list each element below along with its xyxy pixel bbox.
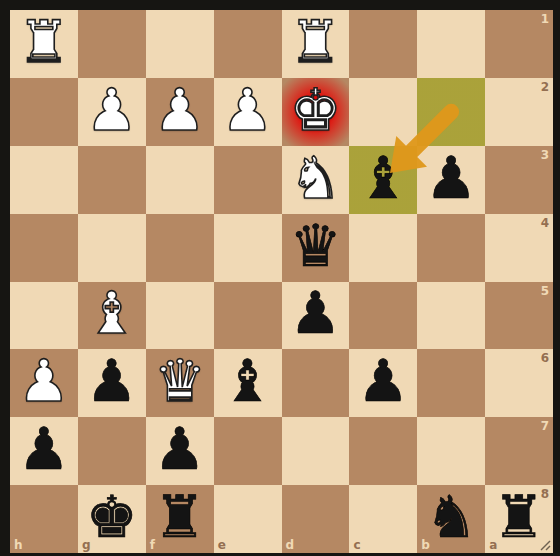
square-b2[interactable] [417, 78, 485, 146]
board-resize-handle[interactable] [539, 539, 552, 552]
square-b1[interactable] [417, 10, 485, 78]
black-pawn-d5[interactable]: ♟ [289, 284, 341, 342]
rank-label-2: 2 [541, 81, 549, 93]
file-label-c: c [353, 539, 360, 551]
black-pawn-c6[interactable]: ♟ [357, 352, 409, 410]
square-c4[interactable] [349, 214, 417, 282]
rank-label-1: 1 [541, 13, 549, 25]
rank-label-3: 3 [541, 149, 549, 161]
square-g8[interactable]: g♚ [78, 485, 146, 553]
white-rook-h1[interactable]: ♜ [18, 13, 70, 71]
square-h5[interactable] [10, 282, 78, 350]
square-g5[interactable]: ♝ [78, 282, 146, 350]
square-h4[interactable] [10, 214, 78, 282]
square-d4[interactable]: ♛ [282, 214, 350, 282]
square-a5[interactable]: 5 [485, 282, 553, 350]
black-rook-f8[interactable]: ♜ [154, 488, 206, 546]
square-g4[interactable] [78, 214, 146, 282]
square-c6[interactable]: ♟ [349, 349, 417, 417]
square-d7[interactable] [282, 417, 350, 485]
square-e7[interactable] [214, 417, 282, 485]
square-c7[interactable] [349, 417, 417, 485]
board-area: ♜♜1♟♟♟♚2♞♝♟3♛4♝♟5♟♟♛♝♟6♟♟7hg♚f♜edcb♞8a♜ [10, 10, 553, 553]
rank-label-7: 7 [541, 420, 549, 432]
square-a1[interactable]: 1 [485, 10, 553, 78]
square-e8[interactable]: e [214, 485, 282, 553]
square-b7[interactable] [417, 417, 485, 485]
square-b4[interactable] [417, 214, 485, 282]
white-king-d2[interactable]: ♚ [289, 81, 341, 139]
white-pawn-g2[interactable]: ♟ [86, 81, 138, 139]
square-f4[interactable] [146, 214, 214, 282]
square-a3[interactable]: 3 [485, 146, 553, 214]
chess-board: ♜♜1♟♟♟♚2♞♝♟3♛4♝♟5♟♟♛♝♟6♟♟7hg♚f♜edcb♞8a♜ [10, 10, 553, 553]
square-b5[interactable] [417, 282, 485, 350]
square-d6[interactable] [282, 349, 350, 417]
square-g1[interactable] [78, 10, 146, 78]
rank-label-4: 4 [541, 217, 549, 229]
black-king-g8[interactable]: ♚ [86, 488, 138, 546]
file-label-h: h [14, 539, 23, 551]
square-f1[interactable] [146, 10, 214, 78]
square-c5[interactable] [349, 282, 417, 350]
square-a2[interactable]: 2 [485, 78, 553, 146]
square-g2[interactable]: ♟ [78, 78, 146, 146]
white-pawn-h6[interactable]: ♟ [18, 352, 70, 410]
white-pawn-f2[interactable]: ♟ [154, 81, 206, 139]
black-rook-a8[interactable]: ♜ [493, 488, 545, 546]
square-g3[interactable] [78, 146, 146, 214]
square-h2[interactable] [10, 78, 78, 146]
square-h3[interactable] [10, 146, 78, 214]
white-queen-f6[interactable]: ♛ [154, 352, 206, 410]
square-c2[interactable] [349, 78, 417, 146]
square-d8[interactable]: d [282, 485, 350, 553]
square-f6[interactable]: ♛ [146, 349, 214, 417]
file-label-e: e [218, 539, 226, 551]
square-f5[interactable] [146, 282, 214, 350]
square-b6[interactable] [417, 349, 485, 417]
square-d5[interactable]: ♟ [282, 282, 350, 350]
black-queen-d4[interactable]: ♛ [289, 217, 341, 275]
square-e5[interactable] [214, 282, 282, 350]
square-a7[interactable]: 7 [485, 417, 553, 485]
square-e4[interactable] [214, 214, 282, 282]
square-b3[interactable]: ♟ [417, 146, 485, 214]
square-h6[interactable]: ♟ [10, 349, 78, 417]
black-pawn-b3[interactable]: ♟ [425, 149, 477, 207]
black-bishop-e6[interactable]: ♝ [222, 352, 274, 410]
file-label-d: d [286, 539, 295, 551]
square-e6[interactable]: ♝ [214, 349, 282, 417]
square-d3[interactable]: ♞ [282, 146, 350, 214]
square-e3[interactable] [214, 146, 282, 214]
square-b8[interactable]: b♞ [417, 485, 485, 553]
square-h7[interactable]: ♟ [10, 417, 78, 485]
black-pawn-h7[interactable]: ♟ [18, 420, 70, 478]
black-bishop-c3[interactable]: ♝ [357, 149, 409, 207]
square-g6[interactable]: ♟ [78, 349, 146, 417]
square-c1[interactable] [349, 10, 417, 78]
square-f8[interactable]: f♜ [146, 485, 214, 553]
square-h8[interactable]: h [10, 485, 78, 553]
square-g7[interactable] [78, 417, 146, 485]
white-knight-d3[interactable]: ♞ [289, 149, 341, 207]
rank-label-5: 5 [541, 285, 549, 297]
square-f2[interactable]: ♟ [146, 78, 214, 146]
black-pawn-g6[interactable]: ♟ [86, 352, 138, 410]
square-c3[interactable]: ♝ [349, 146, 417, 214]
square-f3[interactable] [146, 146, 214, 214]
square-a6[interactable]: 6 [485, 349, 553, 417]
white-rook-d1[interactable]: ♜ [289, 13, 341, 71]
square-d2[interactable]: ♚ [282, 78, 350, 146]
white-pawn-e2[interactable]: ♟ [222, 81, 274, 139]
rank-label-6: 6 [541, 352, 549, 364]
black-knight-b8[interactable]: ♞ [425, 488, 477, 546]
square-a4[interactable]: 4 [485, 214, 553, 282]
white-bishop-g5[interactable]: ♝ [86, 284, 138, 342]
square-d1[interactable]: ♜ [282, 10, 350, 78]
black-pawn-f7[interactable]: ♟ [154, 420, 206, 478]
square-e1[interactable] [214, 10, 282, 78]
square-e2[interactable]: ♟ [214, 78, 282, 146]
square-c8[interactable]: c [349, 485, 417, 553]
square-f7[interactable]: ♟ [146, 417, 214, 485]
square-h1[interactable]: ♜ [10, 10, 78, 78]
